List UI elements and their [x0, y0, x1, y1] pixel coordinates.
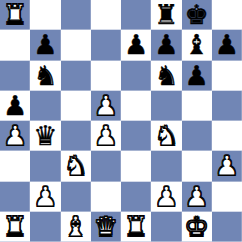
piece-black-pawn: ♟ — [185, 61, 209, 91]
square-g8[interactable]: ♚ — [182, 0, 212, 30]
square-e6[interactable] — [121, 61, 151, 91]
square-e1[interactable]: ♜ — [121, 212, 151, 242]
square-a5[interactable]: ♟ — [0, 91, 30, 121]
square-e3[interactable] — [121, 151, 151, 181]
piece-black-bishop: ♝ — [185, 30, 209, 60]
square-g2[interactable]: ♟ — [182, 182, 212, 212]
square-d2[interactable] — [91, 182, 121, 212]
piece-white-pawn: ♟ — [154, 182, 178, 212]
square-c3[interactable]: ♞ — [61, 151, 91, 181]
piece-white-bishop: ♝ — [64, 212, 88, 242]
piece-black-pawn: ♟ — [154, 30, 178, 60]
piece-white-pawn: ♟ — [94, 121, 118, 151]
square-c2[interactable] — [61, 182, 91, 212]
square-c4[interactable] — [61, 121, 91, 151]
piece-white-king: ♚ — [185, 212, 209, 242]
square-b8[interactable] — [30, 0, 60, 30]
square-d7[interactable] — [91, 30, 121, 60]
square-a8[interactable]: ♜ — [0, 0, 30, 30]
square-a3[interactable] — [0, 151, 30, 181]
square-g3[interactable] — [182, 151, 212, 181]
square-b2[interactable]: ♟ — [30, 182, 60, 212]
piece-white-rook: ♜ — [3, 0, 27, 30]
piece-white-knight: ♞ — [64, 151, 88, 181]
piece-black-pawn: ♟ — [33, 30, 57, 60]
chess-board: ♜♜♚♟♟♟♝♟♞♞♟♟♟♟♛♟♞♞♟♟♟♟♜♝♛♜♚ — [0, 0, 242, 242]
piece-white-rook: ♜ — [124, 212, 148, 242]
square-b1[interactable] — [30, 212, 60, 242]
square-g7[interactable]: ♝ — [182, 30, 212, 60]
square-e5[interactable] — [121, 91, 151, 121]
square-d3[interactable] — [91, 151, 121, 181]
square-b5[interactable] — [30, 91, 60, 121]
square-e8[interactable] — [121, 0, 151, 30]
square-g1[interactable]: ♚ — [182, 212, 212, 242]
square-d6[interactable] — [91, 61, 121, 91]
square-e4[interactable] — [121, 121, 151, 151]
square-a7[interactable] — [0, 30, 30, 60]
square-b3[interactable] — [30, 151, 60, 181]
square-b4[interactable]: ♛ — [30, 121, 60, 151]
square-f7[interactable]: ♟ — [151, 30, 181, 60]
square-b7[interactable]: ♟ — [30, 30, 60, 60]
square-g6[interactable]: ♟ — [182, 61, 212, 91]
piece-black-king: ♚ — [185, 0, 209, 30]
square-a4[interactable]: ♟ — [0, 121, 30, 151]
square-b6[interactable]: ♞ — [30, 61, 60, 91]
square-h8[interactable] — [212, 0, 242, 30]
piece-white-knight: ♞ — [154, 121, 178, 151]
piece-white-pawn: ♟ — [33, 182, 57, 212]
piece-black-pawn: ♟ — [124, 30, 148, 60]
piece-white-pawn: ♟ — [94, 91, 118, 121]
square-h5[interactable] — [212, 91, 242, 121]
square-c6[interactable] — [61, 61, 91, 91]
piece-white-pawn: ♟ — [215, 151, 239, 181]
piece-black-rook: ♜ — [154, 0, 178, 30]
square-h4[interactable] — [212, 121, 242, 151]
square-d5[interactable]: ♟ — [91, 91, 121, 121]
piece-black-queen: ♛ — [33, 121, 57, 151]
piece-black-knight: ♞ — [33, 61, 57, 91]
square-c8[interactable] — [61, 0, 91, 30]
square-a2[interactable] — [0, 182, 30, 212]
square-c1[interactable]: ♝ — [61, 212, 91, 242]
square-d8[interactable] — [91, 0, 121, 30]
square-a1[interactable]: ♜ — [0, 212, 30, 242]
piece-white-pawn: ♟ — [185, 182, 209, 212]
piece-white-queen: ♛ — [94, 212, 118, 242]
square-d1[interactable]: ♛ — [91, 212, 121, 242]
square-f6[interactable]: ♞ — [151, 61, 181, 91]
square-g4[interactable] — [182, 121, 212, 151]
piece-white-pawn: ♟ — [3, 121, 27, 151]
square-g5[interactable] — [182, 91, 212, 121]
square-h7[interactable]: ♟ — [212, 30, 242, 60]
square-c7[interactable] — [61, 30, 91, 60]
square-h6[interactable] — [212, 61, 242, 91]
square-f2[interactable]: ♟ — [151, 182, 181, 212]
piece-black-knight: ♞ — [154, 61, 178, 91]
square-h2[interactable] — [212, 182, 242, 212]
square-f5[interactable] — [151, 91, 181, 121]
square-c5[interactable] — [61, 91, 91, 121]
piece-black-pawn: ♟ — [3, 91, 27, 121]
piece-white-rook: ♜ — [3, 212, 27, 242]
square-f8[interactable]: ♜ — [151, 0, 181, 30]
square-f3[interactable] — [151, 151, 181, 181]
square-h3[interactable]: ♟ — [212, 151, 242, 181]
square-e2[interactable] — [121, 182, 151, 212]
square-f1[interactable] — [151, 212, 181, 242]
piece-black-pawn: ♟ — [215, 30, 239, 60]
square-d4[interactable]: ♟ — [91, 121, 121, 151]
square-e7[interactable]: ♟ — [121, 30, 151, 60]
square-a6[interactable] — [0, 61, 30, 91]
square-f4[interactable]: ♞ — [151, 121, 181, 151]
square-h1[interactable] — [212, 212, 242, 242]
